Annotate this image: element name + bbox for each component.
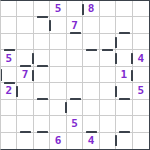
cell-r5c0[interactable]: 2 <box>1 83 17 99</box>
cell-r8c7[interactable] <box>116 133 132 149</box>
cell-r6c2[interactable] <box>34 100 50 116</box>
consecutive-mark-border-v <box>0 69 2 81</box>
consecutive-mark-v <box>49 20 51 31</box>
consecutive-mark-h <box>20 131 31 133</box>
given-digit: 5 <box>137 85 144 96</box>
cell-r2c8[interactable] <box>133 34 149 50</box>
cell-r4c4[interactable] <box>67 67 83 83</box>
cell-r0c7[interactable] <box>116 1 132 17</box>
cell-r3c6[interactable] <box>100 50 116 66</box>
cell-r3c4[interactable] <box>67 50 83 66</box>
cell-r6c7[interactable] <box>116 100 132 116</box>
cell-r1c1[interactable] <box>17 17 33 33</box>
consecutive-mark-h <box>37 98 48 100</box>
consecutive-mark-h <box>102 49 113 51</box>
cell-r6c8[interactable] <box>133 100 149 116</box>
consecutive-sudoku-board: 587547125564 <box>0 0 150 150</box>
consecutive-mark-h <box>86 49 97 51</box>
cell-r0c1[interactable] <box>17 1 33 17</box>
consecutive-mark-h <box>4 82 15 84</box>
cell-r7c0[interactable] <box>1 116 17 132</box>
cell-r5c8[interactable]: 5 <box>133 83 149 99</box>
given-digit: 4 <box>88 135 95 146</box>
cell-r0c5[interactable]: 8 <box>83 1 99 17</box>
cell-r6c1[interactable] <box>17 100 33 116</box>
consecutive-mark-h <box>86 131 97 133</box>
consecutive-mark-v <box>115 37 117 48</box>
cell-r0c8[interactable] <box>133 1 149 17</box>
given-digit: 5 <box>71 118 78 129</box>
cell-r0c3[interactable]: 5 <box>50 1 66 17</box>
given-digit: 1 <box>121 68 128 79</box>
board-grid: 587547125564 <box>1 1 149 149</box>
given-digit: 2 <box>5 85 12 96</box>
consecutive-mark-h <box>20 65 31 67</box>
cell-r2c3[interactable] <box>50 34 66 50</box>
cell-r4c6[interactable] <box>100 67 116 83</box>
cell-r8c0[interactable] <box>1 133 17 149</box>
consecutive-mark-h <box>70 98 81 100</box>
cell-r6c4[interactable] <box>67 100 83 116</box>
given-digit: 7 <box>71 19 78 30</box>
cell-r5c1[interactable] <box>17 83 33 99</box>
cell-r8c6[interactable] <box>100 133 116 149</box>
cell-r1c2[interactable] <box>34 17 50 33</box>
cell-r7c3[interactable] <box>50 116 66 132</box>
consecutive-mark-v <box>65 102 67 113</box>
consecutive-mark-h <box>4 49 15 51</box>
consecutive-mark-v <box>82 4 84 15</box>
consecutive-mark-v <box>16 86 18 97</box>
cell-r0c6[interactable] <box>100 1 116 17</box>
consecutive-mark-h <box>119 131 130 133</box>
cell-r4c8[interactable] <box>133 67 149 83</box>
given-digit: 5 <box>5 52 12 63</box>
consecutive-mark-v <box>115 53 117 64</box>
cell-r1c8[interactable] <box>133 17 149 33</box>
given-digit: 7 <box>22 68 29 79</box>
cell-r3c0[interactable]: 5 <box>1 50 17 66</box>
cell-r8c3[interactable]: 6 <box>50 133 66 149</box>
cell-r0c2[interactable] <box>34 1 50 17</box>
cell-r7c4[interactable]: 5 <box>67 116 83 132</box>
given-digit: 5 <box>55 3 62 14</box>
consecutive-mark-v <box>115 135 117 146</box>
cell-r8c2[interactable] <box>34 133 50 149</box>
cell-r2c2[interactable] <box>34 34 50 50</box>
cell-r8c8[interactable] <box>133 133 149 149</box>
given-digit: 4 <box>137 52 144 63</box>
cell-r3c5[interactable] <box>83 50 99 66</box>
consecutive-mark-h <box>37 65 48 67</box>
cell-r6c5[interactable] <box>83 100 99 116</box>
cell-r4c0[interactable] <box>1 67 17 83</box>
cell-r5c5[interactable] <box>83 83 99 99</box>
cell-r2c7[interactable] <box>116 34 132 50</box>
cell-r3c8[interactable]: 4 <box>133 50 149 66</box>
consecutive-mark-v <box>131 70 133 81</box>
cell-r0c4[interactable] <box>67 1 83 17</box>
cell-r7c6[interactable] <box>100 116 116 132</box>
cell-r7c8[interactable] <box>133 116 149 132</box>
consecutive-mark-v <box>115 86 117 97</box>
cell-r6c0[interactable] <box>1 100 17 116</box>
given-digit: 6 <box>55 135 62 146</box>
cell-r2c5[interactable] <box>83 34 99 50</box>
cell-r8c1[interactable] <box>17 133 33 149</box>
cell-r2c6[interactable] <box>100 34 116 50</box>
cell-r2c1[interactable] <box>17 34 33 50</box>
cell-r4c3[interactable] <box>50 67 66 83</box>
consecutive-mark-h <box>119 98 130 100</box>
consecutive-mark-h <box>37 16 48 18</box>
cell-r1c6[interactable] <box>100 17 116 33</box>
cell-r8c4[interactable] <box>67 133 83 149</box>
cell-r1c3[interactable] <box>50 17 66 33</box>
cell-r4c5[interactable] <box>83 67 99 83</box>
given-digit: 8 <box>88 3 95 14</box>
cell-r3c3[interactable] <box>50 50 66 66</box>
cell-r8c5[interactable]: 4 <box>83 133 99 149</box>
cell-r1c0[interactable] <box>1 17 17 33</box>
consecutive-mark-v <box>131 53 133 64</box>
cell-r5c6[interactable] <box>100 83 116 99</box>
cell-r2c0[interactable] <box>1 34 17 50</box>
cell-r4c2[interactable] <box>34 67 50 83</box>
cell-r1c5[interactable] <box>83 17 99 33</box>
consecutive-mark-h <box>37 131 48 133</box>
cell-r0c0[interactable] <box>1 1 17 17</box>
cell-r2c4[interactable] <box>67 34 83 50</box>
cell-r5c3[interactable] <box>50 83 66 99</box>
cell-r6c6[interactable] <box>100 100 116 116</box>
